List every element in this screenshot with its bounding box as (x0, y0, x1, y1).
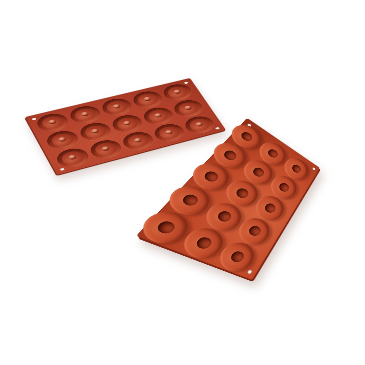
cavity-dome (176, 101, 201, 116)
ring-center-hole (239, 130, 254, 142)
donut-ring-bump (280, 154, 312, 184)
ring-rim (142, 212, 187, 244)
ring-center-hole (202, 169, 220, 183)
donut-ring-bump (233, 213, 275, 248)
cavity-dome (39, 115, 66, 131)
ring-rim (213, 142, 246, 168)
product-photo-stage (0, 0, 365, 365)
corner-hole (59, 168, 64, 171)
cavity-dome (187, 117, 213, 132)
cavity-dimple (68, 154, 78, 160)
cavity-dimple (173, 89, 182, 94)
donut-ring-bump (161, 180, 216, 220)
ring-rim (193, 163, 229, 191)
donut-cavity (130, 89, 166, 110)
cavity-dimple (112, 104, 121, 110)
corner-hole (215, 127, 220, 130)
cavity-dimple (195, 122, 204, 128)
donut-cavity (43, 128, 82, 151)
donut-cavity (77, 120, 115, 143)
cavity-grid (131, 119, 313, 277)
ring-center-hole (247, 224, 263, 237)
ring-center-hole (291, 163, 303, 174)
cavity-dome (165, 85, 190, 100)
corner-hole (247, 123, 252, 127)
cavity-dome (146, 108, 172, 123)
ring-rim (206, 203, 241, 231)
donut-ring-bump (254, 138, 290, 170)
corner-hole (312, 167, 316, 171)
ring-rim (220, 243, 254, 271)
donut-ring-bump (238, 156, 277, 189)
cavity-dimple (133, 137, 142, 143)
donut-cavity (181, 114, 218, 136)
ring-rim (239, 218, 270, 244)
ring-center-hole (180, 193, 200, 208)
corner-hole (31, 117, 36, 120)
donut-ring-bump (207, 138, 251, 173)
ring-rim (256, 196, 284, 221)
ring-rim (232, 124, 262, 149)
donut-ring-bump (176, 223, 229, 263)
cavity-dome (135, 92, 160, 107)
donut-ring-bump (250, 191, 288, 224)
donut-cavity (151, 122, 188, 145)
cavity-dome (114, 116, 140, 132)
ring-center-hole (234, 186, 250, 199)
corner-hole (147, 230, 155, 236)
cavity-dimple (48, 119, 57, 125)
donut-cavity (87, 137, 125, 161)
ring-center-hole (251, 166, 266, 178)
donut-ring-bump (199, 198, 247, 236)
corner-hole (184, 81, 189, 84)
donut-cavity (140, 105, 177, 127)
ring-center-hole (229, 250, 246, 264)
cavity-dome (72, 107, 98, 123)
cavity-dimple (91, 128, 100, 134)
cavity-dimple (58, 136, 67, 142)
corner-hole (247, 270, 253, 275)
mold-front-sheet (136, 118, 320, 280)
ring-rim (271, 176, 297, 199)
donut-cavity (109, 113, 146, 135)
cavity-grid (31, 81, 220, 172)
cavity-dimple (164, 129, 173, 135)
cavity-dimple (184, 105, 193, 110)
ring-rim (284, 158, 308, 180)
ring-center-hole (222, 149, 239, 162)
cavity-dome (49, 132, 76, 148)
donut-ring-bump (134, 206, 196, 249)
donut-cavity (53, 146, 92, 170)
mold-back-wrap (0, 0, 365, 365)
donut-ring-bump (226, 120, 266, 153)
cavity-dome (104, 99, 130, 114)
ring-center-hole (155, 219, 178, 235)
cavity-dome (82, 124, 109, 140)
cavity-dome (125, 133, 151, 149)
ring-center-hole (194, 235, 214, 250)
mold-front-wrap (0, 0, 365, 365)
cavity-dome (156, 125, 182, 141)
donut-cavity (67, 104, 104, 126)
donut-ring-bump (266, 172, 301, 204)
mold-back-sheet (25, 78, 226, 175)
ring-rim (169, 186, 209, 215)
ring-rim (184, 228, 223, 258)
cavity-dome (93, 141, 120, 158)
donut-cavity (119, 129, 157, 152)
ring-center-hole (266, 148, 279, 160)
donut-cavity (160, 82, 196, 103)
cavity-dimple (80, 111, 89, 117)
donut-cavity (170, 98, 206, 119)
cavity-dimple (154, 113, 163, 119)
ring-rim (259, 142, 285, 165)
ring-center-hole (263, 202, 277, 215)
cavity-dimple (123, 120, 132, 126)
donut-ring-bump (213, 238, 259, 276)
donut-ring-bump (186, 158, 235, 195)
cavity-dimple (101, 146, 110, 152)
donut-cavity (34, 111, 72, 134)
ring-rim (226, 180, 258, 206)
ring-center-hole (278, 181, 291, 193)
ring-rim (244, 160, 273, 185)
cavity-dome (59, 149, 86, 166)
ring-center-hole (215, 209, 233, 223)
donut-ring-bump (220, 176, 263, 211)
donut-cavity (99, 96, 136, 118)
cavity-dimple (143, 96, 152, 101)
